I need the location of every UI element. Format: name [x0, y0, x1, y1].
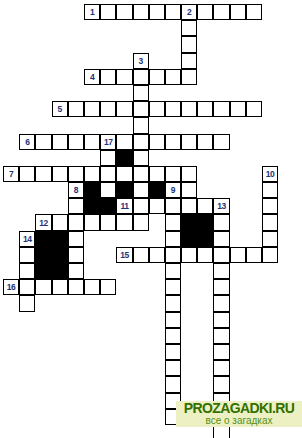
clue-number: 14: [20, 232, 34, 246]
cell[interactable]: [149, 4, 165, 20]
clue-number: 16: [4, 280, 18, 294]
clue-number: 10: [263, 167, 277, 181]
cell[interactable]: [165, 312, 181, 328]
cell[interactable]: [181, 182, 197, 198]
cell[interactable]: [197, 101, 213, 117]
cell[interactable]: [52, 279, 68, 295]
cell[interactable]: [133, 85, 149, 101]
cell[interactable]: [181, 69, 197, 85]
black-cell: [181, 231, 197, 247]
cell[interactable]: [133, 69, 149, 85]
cell[interactable]: [68, 134, 84, 150]
cell[interactable]: [133, 134, 149, 150]
black-cell: [181, 214, 197, 230]
black-cell: [35, 247, 51, 263]
cell[interactable]: [246, 4, 262, 20]
cell[interactable]: [52, 214, 68, 230]
cell[interactable]: [68, 263, 84, 279]
cell[interactable]: [165, 231, 181, 247]
cell[interactable]: [149, 101, 165, 117]
cell[interactable]: [165, 166, 181, 182]
clue-number: 12: [36, 215, 50, 229]
cell[interactable]: [165, 134, 181, 150]
cell[interactable]: [213, 376, 229, 392]
black-cell: [197, 214, 213, 230]
cell[interactable]: [165, 279, 181, 295]
cell[interactable]: [35, 166, 51, 182]
black-cell: [35, 231, 51, 247]
cell[interactable]: [213, 247, 229, 263]
cell[interactable]: [100, 279, 116, 295]
cell[interactable]: [84, 279, 100, 295]
cell[interactable]: [165, 101, 181, 117]
cell[interactable]: [19, 279, 35, 295]
cell[interactable]: [133, 4, 149, 20]
black-cell: [52, 231, 68, 247]
clue-number: 6: [20, 135, 34, 149]
cell[interactable]: [213, 134, 229, 150]
site-watermark: PROZAGADKI.RU все о загадках: [176, 401, 302, 427]
cell[interactable]: 3: [133, 53, 149, 69]
cell[interactable]: [197, 198, 213, 214]
cell[interactable]: [35, 279, 51, 295]
clue-number: 4: [85, 70, 99, 84]
black-cell: [116, 150, 132, 166]
cell[interactable]: 13: [213, 198, 229, 214]
cell[interactable]: [149, 198, 165, 214]
cell[interactable]: [246, 101, 262, 117]
cell[interactable]: [213, 101, 229, 117]
cell[interactable]: [213, 295, 229, 311]
cell[interactable]: [165, 4, 181, 20]
cell[interactable]: [246, 247, 262, 263]
black-cell: [52, 263, 68, 279]
black-cell: [35, 263, 51, 279]
cell[interactable]: [68, 101, 84, 117]
cell[interactable]: [19, 263, 35, 279]
clue-number: 15: [117, 248, 131, 262]
cell[interactable]: [133, 182, 149, 198]
cell[interactable]: 12: [35, 214, 51, 230]
cell[interactable]: [165, 214, 181, 230]
cell[interactable]: [84, 134, 100, 150]
cell[interactable]: [68, 279, 84, 295]
cell[interactable]: 5: [52, 101, 68, 117]
black-cell: [149, 182, 165, 198]
cell[interactable]: [100, 150, 116, 166]
watermark-subtitle: все о загадках: [176, 416, 302, 427]
cell[interactable]: [197, 134, 213, 150]
cell[interactable]: [84, 166, 100, 182]
crossword-board: 1234561771089111312141516: [3, 4, 294, 438]
cell[interactable]: 7: [3, 166, 19, 182]
watermark-title: PROZAGADKI.RU: [176, 401, 302, 416]
cell[interactable]: [116, 101, 132, 117]
cell[interactable]: [19, 295, 35, 311]
cell[interactable]: [35, 134, 51, 150]
cell[interactable]: [181, 134, 197, 150]
cell[interactable]: [181, 101, 197, 117]
cell[interactable]: 8: [68, 182, 84, 198]
clue-number: 9: [166, 183, 180, 197]
cell[interactable]: [149, 166, 165, 182]
cell[interactable]: [116, 69, 132, 85]
cell[interactable]: [100, 69, 116, 85]
cell[interactable]: [84, 214, 100, 230]
cell[interactable]: [165, 360, 181, 376]
cell[interactable]: [213, 279, 229, 295]
cell[interactable]: [116, 166, 132, 182]
cell[interactable]: [165, 263, 181, 279]
cell[interactable]: [165, 344, 181, 360]
cell[interactable]: [197, 4, 213, 20]
cell[interactable]: [149, 69, 165, 85]
cell[interactable]: [230, 101, 246, 117]
clue-number: 3: [134, 54, 148, 68]
cell[interactable]: [100, 166, 116, 182]
cell[interactable]: [181, 247, 197, 263]
cell[interactable]: [165, 247, 181, 263]
black-cell: [197, 231, 213, 247]
cell[interactable]: [262, 182, 278, 198]
cell[interactable]: [165, 376, 181, 392]
cell[interactable]: [133, 166, 149, 182]
cell[interactable]: [68, 198, 84, 214]
cell[interactable]: [213, 4, 229, 20]
clue-number: 2: [182, 5, 196, 19]
cell[interactable]: [213, 312, 229, 328]
cell[interactable]: [52, 134, 68, 150]
cell[interactable]: 4: [84, 69, 100, 85]
black-cell: [84, 198, 100, 214]
cell[interactable]: [213, 263, 229, 279]
cell[interactable]: [68, 247, 84, 263]
cell[interactable]: [133, 150, 149, 166]
cell[interactable]: [165, 295, 181, 311]
cell[interactable]: [230, 247, 246, 263]
cell[interactable]: [68, 214, 84, 230]
black-cell: [100, 198, 116, 214]
cell[interactable]: [68, 231, 84, 247]
clue-number: 7: [4, 167, 18, 181]
cell[interactable]: [68, 166, 84, 182]
cell[interactable]: 10: [262, 166, 278, 182]
cell[interactable]: [165, 198, 181, 214]
cell[interactable]: [213, 214, 229, 230]
cell[interactable]: [133, 214, 149, 230]
cell[interactable]: [262, 231, 278, 247]
clue-number: 11: [117, 199, 131, 213]
cell[interactable]: [213, 231, 229, 247]
cell[interactable]: [133, 247, 149, 263]
cell[interactable]: [181, 53, 197, 69]
cell[interactable]: [262, 247, 278, 263]
cell[interactable]: [149, 134, 165, 150]
cell[interactable]: 2: [181, 4, 197, 20]
cell[interactable]: [181, 166, 197, 182]
cell[interactable]: [181, 198, 197, 214]
clue-number: 5: [53, 102, 67, 116]
cell[interactable]: [213, 344, 229, 360]
cell[interactable]: [100, 182, 116, 198]
cell[interactable]: [133, 101, 149, 117]
cell[interactable]: 15: [116, 247, 132, 263]
cell[interactable]: [100, 4, 116, 20]
cell[interactable]: [213, 360, 229, 376]
cell[interactable]: 11: [116, 198, 132, 214]
cell[interactable]: [181, 20, 197, 36]
clue-number: 8: [69, 183, 83, 197]
cell[interactable]: [165, 69, 181, 85]
cell[interactable]: [116, 214, 132, 230]
cell[interactable]: [149, 247, 165, 263]
cell[interactable]: 16: [3, 279, 19, 295]
cell[interactable]: [19, 166, 35, 182]
cell[interactable]: [116, 4, 132, 20]
cell[interactable]: [133, 198, 149, 214]
clue-number: 1: [85, 5, 99, 19]
cell[interactable]: [84, 101, 100, 117]
cell[interactable]: 9: [165, 182, 181, 198]
cell[interactable]: [230, 4, 246, 20]
clue-number: 17: [101, 135, 115, 149]
black-cell: [84, 182, 100, 198]
cell[interactable]: [52, 166, 68, 182]
cell[interactable]: [181, 36, 197, 52]
black-cell: [52, 247, 68, 263]
cell[interactable]: [197, 247, 213, 263]
cell[interactable]: [100, 214, 116, 230]
cell[interactable]: [19, 247, 35, 263]
cell[interactable]: [100, 101, 116, 117]
cell[interactable]: [262, 214, 278, 230]
cell[interactable]: 1: [84, 4, 100, 20]
clue-number: 13: [214, 199, 228, 213]
cell[interactable]: [262, 198, 278, 214]
cell[interactable]: [133, 117, 149, 133]
black-cell: [116, 182, 132, 198]
crossword-page: 1234561771089111312141516 PROZAGADKI.RU …: [0, 0, 302, 438]
cell[interactable]: [213, 328, 229, 344]
cell[interactable]: 6: [19, 134, 35, 150]
cell[interactable]: [165, 328, 181, 344]
cell[interactable]: 14: [19, 231, 35, 247]
cell[interactable]: 17: [100, 134, 116, 150]
cell[interactable]: [116, 134, 132, 150]
